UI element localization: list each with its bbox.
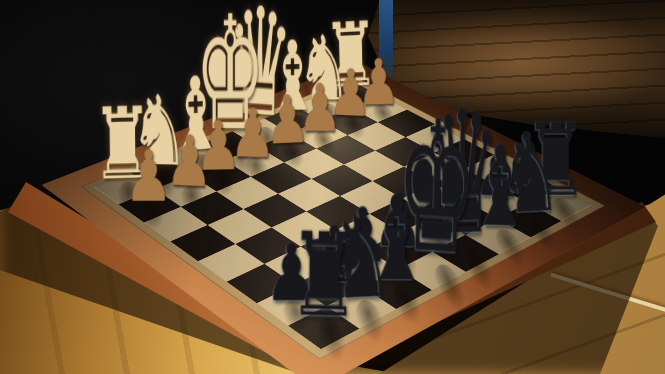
chess-board: ♜♞♝♛♚♝♞♜♟♟♟♟♟♟♟♟♟♟♟♟♟♟♟♟♜♞♝♛♚♝♞♜	[42, 61, 646, 374]
chess-photo-scene: AVEN CHICAGO ♜♞♝♛♚♝♞♜♟♟♟♟♟♟♟♟♟♟♟♟♟♟♟♟♜♞♝…	[0, 0, 665, 374]
piece-black-rook: ♜	[247, 216, 401, 334]
board-3d-scene: ♜♞♝♛♚♝♞♜♟♟♟♟♟♟♟♟♟♟♟♟♟♟♟♟♜♞♝♛♚♝♞♜	[0, 0, 665, 374]
piece-white-pawn: ♟	[81, 141, 216, 212]
